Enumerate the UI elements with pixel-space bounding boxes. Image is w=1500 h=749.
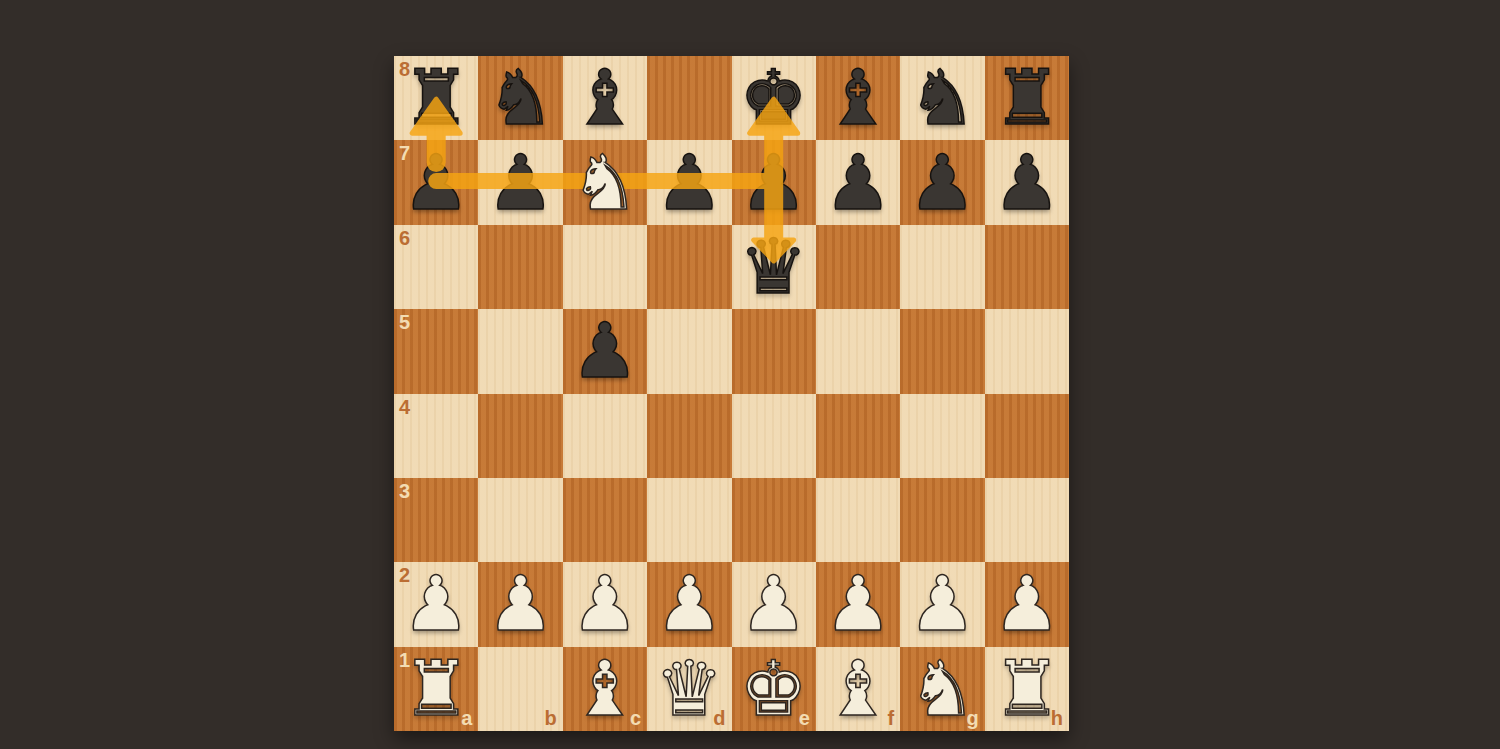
- black-pawn-h7[interactable]: ♟: [985, 140, 1069, 224]
- square-h2[interactable]: ♟: [985, 562, 1069, 646]
- black-pawn-g7[interactable]: ♟: [900, 140, 984, 224]
- square-a7[interactable]: 7♟: [394, 140, 478, 224]
- square-c5[interactable]: ♟: [563, 309, 647, 393]
- black-pawn-e7[interactable]: ♟: [732, 140, 816, 224]
- square-f3[interactable]: [816, 478, 900, 562]
- square-c3[interactable]: [563, 478, 647, 562]
- white-queen-d1[interactable]: ♛: [647, 647, 731, 731]
- square-f8[interactable]: ♝: [816, 56, 900, 140]
- white-pawn-d2[interactable]: ♟: [647, 562, 731, 646]
- square-a8[interactable]: 8♜: [394, 56, 478, 140]
- rank-label-5: 5: [399, 311, 410, 334]
- square-c4[interactable]: [563, 394, 647, 478]
- square-d3[interactable]: [647, 478, 731, 562]
- square-g5[interactable]: [900, 309, 984, 393]
- square-b6[interactable]: [478, 225, 562, 309]
- white-knight-g1[interactable]: ♞: [900, 647, 984, 731]
- white-knight-c7[interactable]: ♞: [563, 140, 647, 224]
- white-king-e1[interactable]: ♚: [732, 647, 816, 731]
- square-e5[interactable]: [732, 309, 816, 393]
- square-e2[interactable]: ♟: [732, 562, 816, 646]
- square-d6[interactable]: [647, 225, 731, 309]
- rank-label-4: 4: [399, 396, 410, 419]
- square-f2[interactable]: ♟: [816, 562, 900, 646]
- square-g3[interactable]: [900, 478, 984, 562]
- file-label-b: b: [545, 707, 557, 730]
- square-c8[interactable]: ♝: [563, 56, 647, 140]
- black-king-e8[interactable]: ♚: [732, 56, 816, 140]
- square-f4[interactable]: [816, 394, 900, 478]
- rank-label-6: 6: [399, 227, 410, 250]
- white-rook-a1[interactable]: ♜: [394, 647, 478, 731]
- square-h6[interactable]: [985, 225, 1069, 309]
- square-a6[interactable]: 6: [394, 225, 478, 309]
- black-pawn-c5[interactable]: ♟: [563, 309, 647, 393]
- square-c2[interactable]: ♟: [563, 562, 647, 646]
- white-pawn-c2[interactable]: ♟: [563, 562, 647, 646]
- black-bishop-c8[interactable]: ♝: [563, 56, 647, 140]
- square-a3[interactable]: 3: [394, 478, 478, 562]
- square-a1[interactable]: 1a♜: [394, 647, 478, 731]
- square-h4[interactable]: [985, 394, 1069, 478]
- black-bishop-f8[interactable]: ♝: [816, 56, 900, 140]
- square-a5[interactable]: 5: [394, 309, 478, 393]
- black-pawn-f7[interactable]: ♟: [816, 140, 900, 224]
- square-c6[interactable]: [563, 225, 647, 309]
- white-pawn-h2[interactable]: ♟: [985, 562, 1069, 646]
- square-d4[interactable]: [647, 394, 731, 478]
- square-h7[interactable]: ♟: [985, 140, 1069, 224]
- square-a2[interactable]: 2♟: [394, 562, 478, 646]
- black-knight-b8[interactable]: ♞: [478, 56, 562, 140]
- square-h8[interactable]: ♜: [985, 56, 1069, 140]
- square-d5[interactable]: [647, 309, 731, 393]
- square-g4[interactable]: [900, 394, 984, 478]
- square-a4[interactable]: 4: [394, 394, 478, 478]
- square-e1[interactable]: e♚: [732, 647, 816, 731]
- white-pawn-g2[interactable]: ♟: [900, 562, 984, 646]
- white-pawn-b2[interactable]: ♟: [478, 562, 562, 646]
- square-e7[interactable]: ♟: [732, 140, 816, 224]
- white-rook-h1[interactable]: ♜: [985, 647, 1069, 731]
- square-b4[interactable]: [478, 394, 562, 478]
- square-f5[interactable]: [816, 309, 900, 393]
- black-knight-g8[interactable]: ♞: [900, 56, 984, 140]
- square-d7[interactable]: ♟: [647, 140, 731, 224]
- square-b7[interactable]: ♟: [478, 140, 562, 224]
- page-background: 8♜♞♝♚♝♞♜7♟♟♞♟♟♟♟♟6♛5♟432♟♟♟♟♟♟♟♟1a♜bc♝d♛…: [0, 0, 1500, 749]
- square-e6[interactable]: ♛: [732, 225, 816, 309]
- square-g7[interactable]: ♟: [900, 140, 984, 224]
- square-g1[interactable]: g♞: [900, 647, 984, 731]
- square-h3[interactable]: [985, 478, 1069, 562]
- square-g2[interactable]: ♟: [900, 562, 984, 646]
- white-pawn-f2[interactable]: ♟: [816, 562, 900, 646]
- white-bishop-c1[interactable]: ♝: [563, 647, 647, 731]
- square-d1[interactable]: d♛: [647, 647, 731, 731]
- square-f6[interactable]: [816, 225, 900, 309]
- square-b2[interactable]: ♟: [478, 562, 562, 646]
- black-pawn-b7[interactable]: ♟: [478, 140, 562, 224]
- square-e8[interactable]: ♚: [732, 56, 816, 140]
- square-c7[interactable]: ♞: [563, 140, 647, 224]
- black-rook-h8[interactable]: ♜: [985, 56, 1069, 140]
- chess-board: 8♜♞♝♚♝♞♜7♟♟♞♟♟♟♟♟6♛5♟432♟♟♟♟♟♟♟♟1a♜bc♝d♛…: [394, 56, 1069, 731]
- black-queen-e6[interactable]: ♛: [732, 225, 816, 309]
- black-pawn-a7[interactable]: ♟: [394, 140, 478, 224]
- black-pawn-d7[interactable]: ♟: [647, 140, 731, 224]
- square-d8[interactable]: [647, 56, 731, 140]
- white-pawn-e2[interactable]: ♟: [732, 562, 816, 646]
- square-b5[interactable]: [478, 309, 562, 393]
- square-b1[interactable]: b: [478, 647, 562, 731]
- square-g6[interactable]: [900, 225, 984, 309]
- square-b3[interactable]: [478, 478, 562, 562]
- rank-label-3: 3: [399, 480, 410, 503]
- square-h1[interactable]: h♜: [985, 647, 1069, 731]
- square-b8[interactable]: ♞: [478, 56, 562, 140]
- white-pawn-a2[interactable]: ♟: [394, 562, 478, 646]
- square-d2[interactable]: ♟: [647, 562, 731, 646]
- white-bishop-f1[interactable]: ♝: [816, 647, 900, 731]
- square-e4[interactable]: [732, 394, 816, 478]
- square-c1[interactable]: c♝: [563, 647, 647, 731]
- square-e3[interactable]: [732, 478, 816, 562]
- square-g8[interactable]: ♞: [900, 56, 984, 140]
- square-f7[interactable]: ♟: [816, 140, 900, 224]
- square-h5[interactable]: [985, 309, 1069, 393]
- square-f1[interactable]: f♝: [816, 647, 900, 731]
- black-rook-a8[interactable]: ♜: [394, 56, 478, 140]
